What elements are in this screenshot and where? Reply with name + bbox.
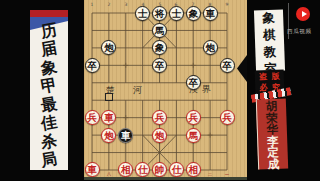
piece-black-soldier: 卒 [186, 75, 201, 90]
site-watermark: 西瓜视频 [287, 27, 317, 36]
banner-title-char: 佳 [40, 113, 59, 133]
piece-red-soldier: 兵 [220, 110, 235, 125]
piece-black-elephant: 象 [186, 6, 201, 21]
piece-black-cannon: 炮 [203, 40, 218, 55]
left-banner: 历届象甲最佳杀局 [0, 0, 84, 180]
play-button[interactable] [296, 7, 310, 21]
piece-black-advisor: 士 [169, 6, 184, 21]
piece-red-horse: 馬 [186, 128, 201, 143]
banner-title-char: 甲 [40, 76, 59, 96]
piece-black-soldier: 卒 [85, 58, 100, 73]
player-name-char: 成 [268, 158, 280, 170]
file-number-top: 3 [122, 2, 130, 7]
edge-wedge-marker [237, 55, 247, 82]
piece-black-soldier: 卒 [220, 58, 235, 73]
piece-black-chariot: 車 [118, 128, 133, 143]
channel-title-panel: 象棋教室 [254, 10, 285, 72]
piece-red-cannon: 炮 [101, 128, 116, 143]
file-number-top: 2 [105, 2, 113, 7]
river-char: 界 [202, 83, 211, 96]
board-bottom-strip [84, 177, 247, 181]
piece-red-soldier: 兵 [85, 110, 100, 125]
banner-title-char: 最 [40, 94, 59, 114]
piece-black-soldier: 卒 [152, 58, 167, 73]
channel-title-char: 教 [263, 44, 276, 61]
left-banner-title: 历届象甲最佳杀局 [30, 22, 68, 168]
notice-char: 盗 [259, 71, 267, 82]
piece-red-soldier: 兵 [186, 110, 201, 125]
play-icon [302, 11, 307, 17]
piece-red-chariot: 車 [85, 162, 100, 177]
piece-black-general: 将 [152, 6, 167, 21]
left-banner-red-bar [30, 10, 68, 17]
banner-title-char: 象 [40, 58, 59, 78]
banner-title-char: 届 [40, 39, 59, 59]
piece-red-cannon: 炮 [152, 128, 167, 143]
channel-title-char: 棋 [263, 27, 276, 44]
move-from-marker [105, 93, 113, 101]
banner-title-char: 杀 [40, 131, 59, 151]
piece-black-chariot: 車 [203, 6, 218, 21]
channel-title-char: 象 [262, 10, 275, 27]
file-number-top: 1 [88, 2, 96, 7]
banner-title-char: 局 [40, 150, 59, 170]
banner-title-char: 历 [40, 21, 59, 41]
piece-black-horse: 馬 [152, 23, 167, 38]
players-panel: 胡荣华李定成 [256, 98, 288, 169]
xiangqi-board: 楚 河 漢 界 123456789 九八七六五四三二一 士将士象車馬炮象炮卒卒卒… [84, 0, 247, 180]
notice-char: 版 [271, 71, 279, 82]
river-char: 河 [133, 84, 142, 97]
file-number-top: 9 [223, 2, 231, 7]
piece-black-advisor: 士 [135, 6, 150, 21]
